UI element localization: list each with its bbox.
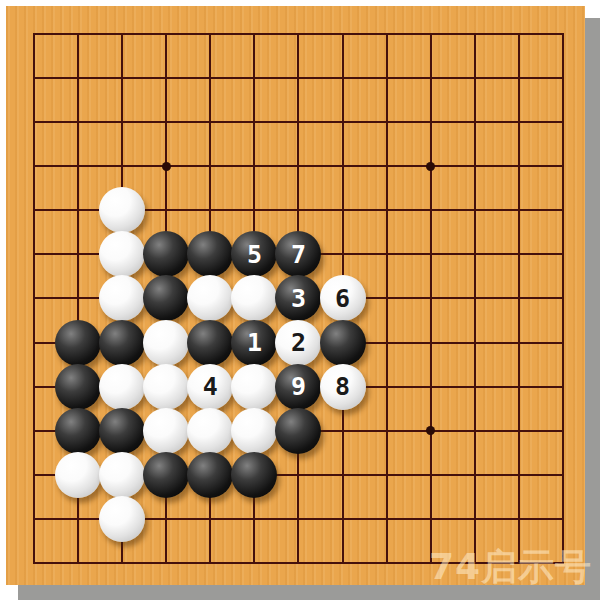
- move-number: 5: [247, 242, 262, 267]
- white-stone[interactable]: [231, 364, 277, 410]
- black-stone[interactable]: [99, 320, 145, 366]
- grid-vline: [430, 33, 432, 564]
- go-board: 573612498: [6, 6, 585, 585]
- black-stone[interactable]: [99, 408, 145, 454]
- black-stone[interactable]: 7: [275, 231, 321, 277]
- black-stone[interactable]: [187, 320, 233, 366]
- black-stone[interactable]: [143, 231, 189, 277]
- move-number: 9: [291, 374, 306, 399]
- white-stone[interactable]: [99, 231, 145, 277]
- grid-vline: [562, 33, 564, 564]
- white-stone[interactable]: [99, 496, 145, 542]
- white-stone[interactable]: [99, 275, 145, 321]
- white-stone[interactable]: 8: [320, 364, 366, 410]
- black-stone[interactable]: [187, 231, 233, 277]
- black-stone[interactable]: [55, 408, 101, 454]
- white-stone[interactable]: 2: [275, 320, 321, 366]
- black-stone[interactable]: 1: [231, 320, 277, 366]
- grid-vline: [386, 33, 388, 564]
- white-stone[interactable]: [143, 320, 189, 366]
- black-stone[interactable]: [187, 452, 233, 498]
- black-stone[interactable]: [275, 408, 321, 454]
- go-diagram: 573612498 74启示号: [0, 0, 600, 600]
- move-number: 6: [335, 286, 350, 311]
- move-number: 3: [291, 286, 306, 311]
- grid-hline: [33, 562, 564, 564]
- white-stone[interactable]: [143, 364, 189, 410]
- black-stone[interactable]: [55, 364, 101, 410]
- move-number: 7: [291, 242, 306, 267]
- black-stone[interactable]: 5: [231, 231, 277, 277]
- white-stone[interactable]: [99, 452, 145, 498]
- white-stone[interactable]: 4: [187, 364, 233, 410]
- black-stone[interactable]: [143, 452, 189, 498]
- grid-vline: [518, 33, 520, 564]
- white-stone[interactable]: [231, 408, 277, 454]
- black-stone[interactable]: 3: [275, 275, 321, 321]
- star-point: [162, 162, 171, 171]
- black-stone[interactable]: 9: [275, 364, 321, 410]
- black-stone[interactable]: [143, 275, 189, 321]
- white-stone[interactable]: [55, 452, 101, 498]
- white-stone[interactable]: [99, 364, 145, 410]
- white-stone[interactable]: [99, 187, 145, 233]
- white-stone[interactable]: [231, 275, 277, 321]
- move-number: 2: [291, 330, 306, 355]
- white-stone[interactable]: [143, 408, 189, 454]
- white-stone[interactable]: [187, 408, 233, 454]
- move-number: 1: [247, 330, 262, 355]
- white-stone[interactable]: 6: [320, 275, 366, 321]
- black-stone[interactable]: [320, 320, 366, 366]
- black-stone[interactable]: [231, 452, 277, 498]
- star-point: [426, 162, 435, 171]
- grid-vline: [474, 33, 476, 564]
- white-stone[interactable]: [187, 275, 233, 321]
- move-number: 8: [335, 374, 350, 399]
- move-number: 4: [203, 374, 218, 399]
- black-stone[interactable]: [55, 320, 101, 366]
- star-point: [426, 426, 435, 435]
